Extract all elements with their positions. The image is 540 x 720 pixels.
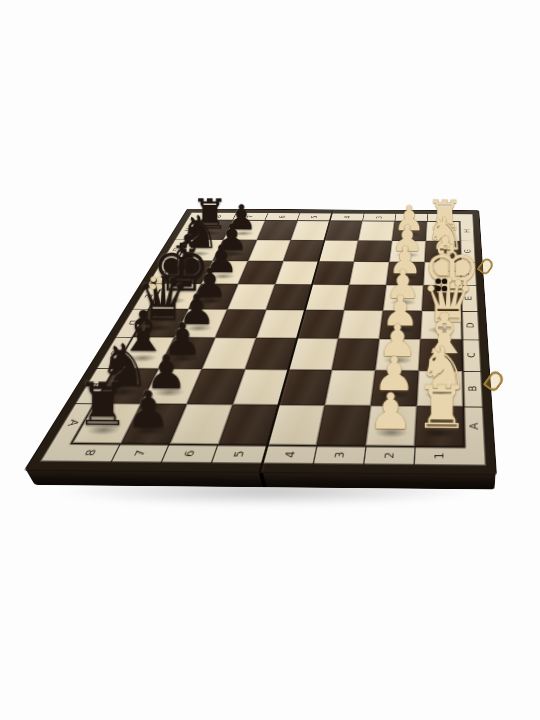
- square-g2[interactable]: [389, 241, 426, 262]
- piece-white-pawn-a2[interactable]: ♟: [366, 389, 415, 439]
- square-d4[interactable]: [297, 310, 344, 339]
- rank-labels-front: 87654321: [62, 443, 464, 466]
- rank-label-8: 8: [201, 212, 236, 220]
- square-g1[interactable]: [425, 241, 460, 262]
- queen-crown-beads-icon: [434, 279, 449, 291]
- piece-black-pawn-a7[interactable]: ♟: [124, 387, 173, 437]
- rank-label-3: 3: [312, 445, 365, 464]
- square-d6[interactable]: [215, 309, 266, 337]
- square-h3[interactable]: [358, 221, 394, 241]
- rank-label-2: 2: [394, 214, 427, 222]
- rank-label-5: 5: [211, 444, 267, 463]
- square-a5[interactable]: [219, 404, 279, 444]
- piece-black-rook-a8[interactable]: ♜: [76, 376, 125, 436]
- piece-white-rook-a1[interactable]: ♜: [415, 379, 464, 439]
- square-b6[interactable]: [187, 369, 245, 405]
- rank-label-4: 4: [329, 213, 363, 221]
- square-h4[interactable]: [324, 221, 362, 240]
- rank-label-2: 2: [363, 446, 415, 465]
- file-label-G: G: [460, 241, 476, 262]
- square-h2[interactable]: [392, 221, 427, 241]
- rank-label-1: 1: [413, 446, 464, 466]
- rank-label-5: 5: [297, 213, 332, 221]
- square-h1[interactable]: [426, 222, 460, 242]
- square-a4[interactable]: [268, 405, 325, 445]
- product-photo-background: 87654321 87654321 HGFEDCBA HGFEDCBA ♜♟♟♜…: [0, 0, 540, 720]
- square-g3[interactable]: [354, 241, 392, 262]
- square-c4[interactable]: [288, 338, 338, 370]
- square-c6[interactable]: [202, 338, 256, 370]
- square-g4[interactable]: [319, 240, 359, 261]
- square-f2[interactable]: [386, 262, 424, 285]
- queen-crown-beads-icon: [149, 277, 164, 289]
- rank-label-8: 8: [62, 443, 120, 462]
- rank-label-7: 7: [232, 213, 268, 221]
- square-a3[interactable]: [316, 405, 370, 445]
- rank-label-4: 4: [262, 445, 316, 464]
- scene: 87654321 87654321 HGFEDCBA HGFEDCBA ♜♟♟♜…: [0, 0, 540, 720]
- square-d5[interactable]: [256, 310, 305, 339]
- square-c5[interactable]: [245, 338, 297, 370]
- chessboard: 87654321 87654321 HGFEDCBA HGFEDCBA ♜♟♟♜…: [26, 209, 496, 474]
- square-b4[interactable]: [279, 370, 332, 406]
- square-b5[interactable]: [233, 369, 289, 405]
- file-label-H: H: [459, 222, 474, 241]
- board-front-edge: [26, 470, 496, 490]
- rank-label-3: 3: [362, 213, 396, 221]
- rank-label-6: 6: [161, 444, 218, 463]
- square-a6[interactable]: [170, 404, 233, 444]
- rank-label-7: 7: [111, 443, 169, 462]
- rank-label-6: 6: [265, 213, 300, 221]
- rank-label-1: 1: [427, 214, 460, 222]
- square-f3[interactable]: [349, 262, 389, 285]
